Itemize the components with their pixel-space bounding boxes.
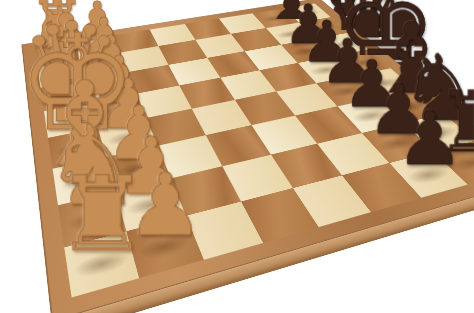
square-h5[interactable] [293, 175, 371, 227]
square-h1[interactable]: ♜ [64, 231, 139, 298]
board-grid: ♜♟♟♜♞♟♟♞♝♟♟♝♛♟♟♛♚♟♟♚♝♟♟♝♞♟♟♞♜♟♟♜ [35, 3, 474, 297]
white-rook-piece[interactable]: ♜ [22, 162, 180, 266]
square-h7[interactable]: ♟ [389, 152, 468, 198]
board-frame: ♜♟♟♜♞♟♟♞♝♟♟♝♛♟♟♛♚♟♟♚♝♟♟♝♞♟♟♞♜♟♟♜ [21, 0, 474, 313]
black-pawn-piece[interactable]: ♟ [364, 102, 474, 177]
chess-board: ♜♟♟♜♞♟♟♞♝♟♟♝♛♟♟♛♚♟♟♚♝♟♟♝♞♟♟♞♜♟♟♜ [21, 0, 474, 313]
chess-set-photo: ♜♟♟♜♞♟♟♞♝♟♟♝♛♟♟♛♚♟♟♚♝♟♟♝♞♟♟♞♜♟♟♜ [0, 0, 474, 313]
